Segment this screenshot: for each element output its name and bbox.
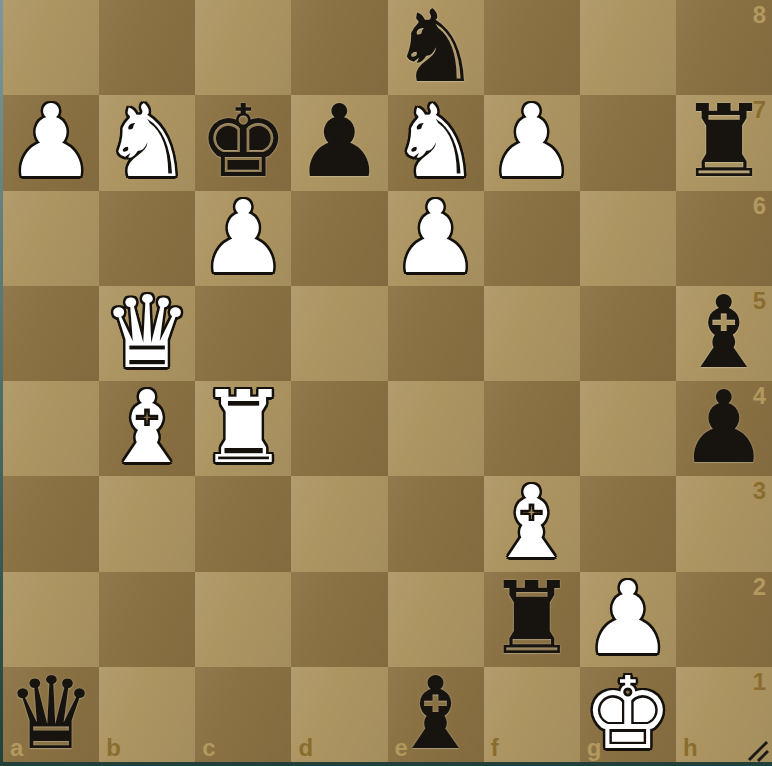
piece-black-rook[interactable]: ♜ <box>487 571 577 666</box>
piece-black-rook[interactable]: ♜ <box>679 94 769 189</box>
square-e5[interactable] <box>388 286 484 381</box>
rank-label-2: 2 <box>753 575 766 599</box>
square-b5[interactable]: ♛ <box>99 286 195 381</box>
square-h6[interactable]: 6 <box>676 191 772 286</box>
square-g3[interactable] <box>580 476 676 571</box>
square-e7[interactable]: ♞ <box>388 95 484 190</box>
piece-white-bishop[interactable]: ♝ <box>487 475 577 570</box>
square-g1[interactable]: g♚ <box>580 667 676 762</box>
square-h5[interactable]: 5♝ <box>676 286 772 381</box>
square-c4[interactable]: ♜ <box>195 381 291 476</box>
square-d8[interactable] <box>291 0 387 95</box>
square-a1[interactable]: a♛ <box>3 667 99 762</box>
square-e1[interactable]: e♝ <box>388 667 484 762</box>
piece-white-knight[interactable]: ♞ <box>391 94 481 189</box>
square-e3[interactable] <box>388 476 484 571</box>
piece-white-bishop[interactable]: ♝ <box>102 380 192 475</box>
square-f4[interactable] <box>484 381 580 476</box>
square-d4[interactable] <box>291 381 387 476</box>
square-g7[interactable] <box>580 95 676 190</box>
square-b4[interactable]: ♝ <box>99 381 195 476</box>
piece-white-rook[interactable]: ♜ <box>198 380 288 475</box>
app-background: ♞8♟♞♚♟♞♟7♜♟♟6♛5♝♝♜4♟♝3♜♟2a♛bcde♝fg♚1h <box>0 0 772 766</box>
square-c7[interactable]: ♚ <box>195 95 291 190</box>
square-b3[interactable] <box>99 476 195 571</box>
square-f7[interactable]: ♟ <box>484 95 580 190</box>
square-d3[interactable] <box>291 476 387 571</box>
square-b1[interactable]: b <box>99 667 195 762</box>
piece-black-pawn[interactable]: ♟ <box>679 380 769 475</box>
file-label-f: f <box>491 736 499 760</box>
square-c1[interactable]: c <box>195 667 291 762</box>
square-a5[interactable] <box>3 286 99 381</box>
square-b6[interactable] <box>99 191 195 286</box>
square-g8[interactable] <box>580 0 676 95</box>
square-f1[interactable]: f <box>484 667 580 762</box>
piece-black-pawn[interactable]: ♟ <box>295 94 385 189</box>
square-h4[interactable]: 4♟ <box>676 381 772 476</box>
square-a4[interactable] <box>3 381 99 476</box>
square-c3[interactable] <box>195 476 291 571</box>
square-a7[interactable]: ♟ <box>3 95 99 190</box>
square-d7[interactable]: ♟ <box>291 95 387 190</box>
square-d2[interactable] <box>291 572 387 667</box>
square-d5[interactable] <box>291 286 387 381</box>
square-c5[interactable] <box>195 286 291 381</box>
piece-white-pawn[interactable]: ♟ <box>487 94 577 189</box>
piece-black-king[interactable]: ♚ <box>198 94 288 189</box>
file-label-h: h <box>683 736 698 760</box>
piece-white-king[interactable]: ♚ <box>583 666 673 761</box>
square-c6[interactable]: ♟ <box>195 191 291 286</box>
square-h2[interactable]: 2 <box>676 572 772 667</box>
piece-black-knight[interactable]: ♞ <box>391 0 481 94</box>
square-f6[interactable] <box>484 191 580 286</box>
square-e4[interactable] <box>388 381 484 476</box>
square-a8[interactable] <box>3 0 99 95</box>
square-h7[interactable]: 7♜ <box>676 95 772 190</box>
rank-label-8: 8 <box>753 3 766 27</box>
chess-board: ♞8♟♞♚♟♞♟7♜♟♟6♛5♝♝♜4♟♝3♜♟2a♛bcde♝fg♚1h <box>3 0 772 762</box>
square-h8[interactable]: 8 <box>676 0 772 95</box>
square-c2[interactable] <box>195 572 291 667</box>
square-a3[interactable] <box>3 476 99 571</box>
square-g6[interactable] <box>580 191 676 286</box>
square-e2[interactable] <box>388 572 484 667</box>
square-e8[interactable]: ♞ <box>388 0 484 95</box>
piece-black-bishop[interactable]: ♝ <box>391 666 481 761</box>
rank-label-1: 1 <box>753 670 766 694</box>
square-a2[interactable] <box>3 572 99 667</box>
square-f8[interactable] <box>484 0 580 95</box>
resize-handle-icon[interactable] <box>743 736 769 762</box>
piece-black-bishop[interactable]: ♝ <box>679 285 769 380</box>
file-label-c: c <box>202 736 215 760</box>
piece-white-knight[interactable]: ♞ <box>102 94 192 189</box>
piece-white-pawn[interactable]: ♟ <box>391 190 481 285</box>
square-a6[interactable] <box>3 191 99 286</box>
square-d1[interactable]: d <box>291 667 387 762</box>
square-g5[interactable] <box>580 286 676 381</box>
square-h3[interactable]: 3 <box>676 476 772 571</box>
square-d6[interactable] <box>291 191 387 286</box>
square-g4[interactable] <box>580 381 676 476</box>
piece-white-pawn[interactable]: ♟ <box>583 571 673 666</box>
square-f5[interactable] <box>484 286 580 381</box>
square-b7[interactable]: ♞ <box>99 95 195 190</box>
file-label-b: b <box>106 736 121 760</box>
square-c8[interactable] <box>195 0 291 95</box>
square-b8[interactable] <box>99 0 195 95</box>
square-e6[interactable]: ♟ <box>388 191 484 286</box>
square-f3[interactable]: ♝ <box>484 476 580 571</box>
square-f2[interactable]: ♜ <box>484 572 580 667</box>
piece-white-queen[interactable]: ♛ <box>102 285 192 380</box>
piece-white-pawn[interactable]: ♟ <box>6 94 96 189</box>
square-g2[interactable]: ♟ <box>580 572 676 667</box>
square-b2[interactable] <box>99 572 195 667</box>
file-label-d: d <box>298 736 313 760</box>
piece-black-queen[interactable]: ♛ <box>6 666 96 761</box>
piece-white-pawn[interactable]: ♟ <box>198 190 288 285</box>
